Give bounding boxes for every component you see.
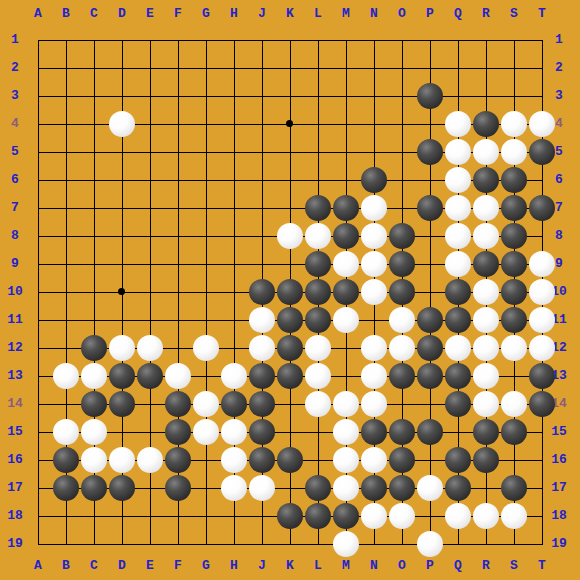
col-label-top-R[interactable]: R — [472, 7, 500, 21]
cell-B15[interactable] — [52, 418, 80, 446]
cell-T18[interactable] — [528, 502, 556, 530]
cell-P13[interactable] — [416, 362, 444, 390]
cell-F12[interactable] — [164, 334, 192, 362]
cell-R15[interactable] — [472, 418, 500, 446]
cell-H7[interactable] — [220, 194, 248, 222]
cell-Q7[interactable] — [444, 194, 472, 222]
cell-K14[interactable] — [276, 390, 304, 418]
cell-M16[interactable] — [332, 446, 360, 474]
col-label-top-A[interactable]: A — [24, 7, 52, 21]
cell-B13[interactable] — [52, 362, 80, 390]
col-label-top-D[interactable]: D — [108, 7, 136, 21]
cell-L14[interactable] — [304, 390, 332, 418]
cell-A17[interactable] — [24, 474, 52, 502]
cell-B6[interactable] — [52, 166, 80, 194]
cell-Q13[interactable] — [444, 362, 472, 390]
cell-K18[interactable] — [276, 502, 304, 530]
cell-J6[interactable] — [248, 166, 276, 194]
cell-H6[interactable] — [220, 166, 248, 194]
cell-J1[interactable] — [248, 26, 276, 54]
cell-Q1[interactable] — [444, 26, 472, 54]
cell-T16[interactable] — [528, 446, 556, 474]
cell-Q6[interactable] — [444, 166, 472, 194]
cell-Q16[interactable] — [444, 446, 472, 474]
cell-S1[interactable] — [500, 26, 528, 54]
col-label-top-M[interactable]: M — [332, 7, 360, 21]
cell-D14[interactable] — [108, 390, 136, 418]
cell-R14[interactable] — [472, 390, 500, 418]
cell-L16[interactable] — [304, 446, 332, 474]
cell-C3[interactable] — [80, 82, 108, 110]
cell-T17[interactable] — [528, 474, 556, 502]
cell-D18[interactable] — [108, 502, 136, 530]
cell-B10[interactable] — [52, 278, 80, 306]
cell-A5[interactable] — [24, 138, 52, 166]
col-label-top-P[interactable]: P — [416, 7, 444, 21]
cell-K5[interactable] — [276, 138, 304, 166]
cell-J9[interactable] — [248, 250, 276, 278]
cell-K15[interactable] — [276, 418, 304, 446]
cell-O11[interactable] — [388, 306, 416, 334]
cell-P5[interactable] — [416, 138, 444, 166]
cell-J14[interactable] — [248, 390, 276, 418]
col-label-bottom-G[interactable]: G — [192, 559, 220, 573]
cell-A2[interactable] — [24, 54, 52, 82]
cell-B9[interactable] — [52, 250, 80, 278]
cell-A9[interactable] — [24, 250, 52, 278]
cell-O16[interactable] — [388, 446, 416, 474]
cell-P10[interactable] — [416, 278, 444, 306]
cell-E9[interactable] — [136, 250, 164, 278]
cell-S6[interactable] — [500, 166, 528, 194]
cell-D10[interactable] — [108, 278, 136, 306]
cell-R9[interactable] — [472, 250, 500, 278]
cell-C16[interactable] — [80, 446, 108, 474]
cell-N9[interactable] — [360, 250, 388, 278]
cell-R18[interactable] — [472, 502, 500, 530]
cell-M7[interactable] — [332, 194, 360, 222]
col-label-top-S[interactable]: S — [500, 7, 528, 21]
col-label-top-N[interactable]: N — [360, 7, 388, 21]
cell-M13[interactable] — [332, 362, 360, 390]
cell-E4[interactable] — [136, 110, 164, 138]
cell-A11[interactable] — [24, 306, 52, 334]
cell-L3[interactable] — [304, 82, 332, 110]
cell-Q11[interactable] — [444, 306, 472, 334]
cell-D8[interactable] — [108, 222, 136, 250]
cell-D7[interactable] — [108, 194, 136, 222]
cell-C8[interactable] — [80, 222, 108, 250]
cell-B11[interactable] — [52, 306, 80, 334]
cell-G10[interactable] — [192, 278, 220, 306]
cell-N18[interactable] — [360, 502, 388, 530]
cell-M2[interactable] — [332, 54, 360, 82]
cell-L11[interactable] — [304, 306, 332, 334]
cell-R10[interactable] — [472, 278, 500, 306]
cell-O19[interactable] — [388, 530, 416, 558]
cell-E8[interactable] — [136, 222, 164, 250]
cell-D12[interactable] — [108, 334, 136, 362]
cell-T1[interactable] — [528, 26, 556, 54]
cell-L4[interactable] — [304, 110, 332, 138]
cell-A18[interactable] — [24, 502, 52, 530]
cell-A4[interactable] — [24, 110, 52, 138]
cell-A16[interactable] — [24, 446, 52, 474]
cell-M8[interactable] — [332, 222, 360, 250]
cell-R4[interactable] — [472, 110, 500, 138]
cell-G4[interactable] — [192, 110, 220, 138]
col-label-bottom-L[interactable]: L — [304, 559, 332, 573]
cell-C18[interactable] — [80, 502, 108, 530]
cell-A1[interactable] — [24, 26, 52, 54]
cell-H5[interactable] — [220, 138, 248, 166]
cell-M5[interactable] — [332, 138, 360, 166]
cell-T11[interactable] — [528, 306, 556, 334]
cell-O13[interactable] — [388, 362, 416, 390]
cell-A14[interactable] — [24, 390, 52, 418]
cell-H16[interactable] — [220, 446, 248, 474]
cell-P15[interactable] — [416, 418, 444, 446]
cell-J8[interactable] — [248, 222, 276, 250]
cell-N7[interactable] — [360, 194, 388, 222]
cell-N14[interactable] — [360, 390, 388, 418]
cell-P7[interactable] — [416, 194, 444, 222]
cell-A12[interactable] — [24, 334, 52, 362]
cell-P12[interactable] — [416, 334, 444, 362]
cell-Q14[interactable] — [444, 390, 472, 418]
col-label-bottom-O[interactable]: O — [388, 559, 416, 573]
cell-S8[interactable] — [500, 222, 528, 250]
cell-N16[interactable] — [360, 446, 388, 474]
cell-D5[interactable] — [108, 138, 136, 166]
cell-K11[interactable] — [276, 306, 304, 334]
cell-O9[interactable] — [388, 250, 416, 278]
cell-B3[interactable] — [52, 82, 80, 110]
cell-S19[interactable] — [500, 530, 528, 558]
cell-G17[interactable] — [192, 474, 220, 502]
cell-H13[interactable] — [220, 362, 248, 390]
cell-A3[interactable] — [24, 82, 52, 110]
cell-E11[interactable] — [136, 306, 164, 334]
cell-E5[interactable] — [136, 138, 164, 166]
col-label-top-H[interactable]: H — [220, 7, 248, 21]
cell-C11[interactable] — [80, 306, 108, 334]
col-label-top-Q[interactable]: Q — [444, 7, 472, 21]
cell-B1[interactable] — [52, 26, 80, 54]
cell-H11[interactable] — [220, 306, 248, 334]
cell-O2[interactable] — [388, 54, 416, 82]
cell-S2[interactable] — [500, 54, 528, 82]
cell-P19[interactable] — [416, 530, 444, 558]
cell-F8[interactable] — [164, 222, 192, 250]
cell-S13[interactable] — [500, 362, 528, 390]
cell-R1[interactable] — [472, 26, 500, 54]
cell-H14[interactable] — [220, 390, 248, 418]
cell-E7[interactable] — [136, 194, 164, 222]
cell-F3[interactable] — [164, 82, 192, 110]
cell-M12[interactable] — [332, 334, 360, 362]
cell-T4[interactable] — [528, 110, 556, 138]
cell-C17[interactable] — [80, 474, 108, 502]
cell-C15[interactable] — [80, 418, 108, 446]
cell-A8[interactable] — [24, 222, 52, 250]
cell-R3[interactable] — [472, 82, 500, 110]
cell-C9[interactable] — [80, 250, 108, 278]
cell-J2[interactable] — [248, 54, 276, 82]
cell-B18[interactable] — [52, 502, 80, 530]
col-label-bottom-A[interactable]: A — [24, 559, 52, 573]
cell-R7[interactable] — [472, 194, 500, 222]
cell-O8[interactable] — [388, 222, 416, 250]
cell-R17[interactable] — [472, 474, 500, 502]
cell-Q9[interactable] — [444, 250, 472, 278]
cell-R19[interactable] — [472, 530, 500, 558]
cell-L1[interactable] — [304, 26, 332, 54]
cell-F14[interactable] — [164, 390, 192, 418]
col-label-bottom-D[interactable]: D — [108, 559, 136, 573]
cell-K2[interactable] — [276, 54, 304, 82]
cell-S7[interactable] — [500, 194, 528, 222]
cell-O17[interactable] — [388, 474, 416, 502]
cell-Q3[interactable] — [444, 82, 472, 110]
cell-P2[interactable] — [416, 54, 444, 82]
cell-S3[interactable] — [500, 82, 528, 110]
cell-P16[interactable] — [416, 446, 444, 474]
cell-K1[interactable] — [276, 26, 304, 54]
cell-P11[interactable] — [416, 306, 444, 334]
cell-J11[interactable] — [248, 306, 276, 334]
cell-E12[interactable] — [136, 334, 164, 362]
col-label-bottom-H[interactable]: H — [220, 559, 248, 573]
cell-N3[interactable] — [360, 82, 388, 110]
cell-N17[interactable] — [360, 474, 388, 502]
col-label-top-O[interactable]: O — [388, 7, 416, 21]
cell-H19[interactable] — [220, 530, 248, 558]
cell-L17[interactable] — [304, 474, 332, 502]
cell-B17[interactable] — [52, 474, 80, 502]
col-label-top-J[interactable]: J — [248, 7, 276, 21]
cell-D15[interactable] — [108, 418, 136, 446]
cell-F16[interactable] — [164, 446, 192, 474]
cell-O3[interactable] — [388, 82, 416, 110]
cell-E6[interactable] — [136, 166, 164, 194]
cell-S17[interactable] — [500, 474, 528, 502]
col-label-bottom-E[interactable]: E — [136, 559, 164, 573]
cell-D6[interactable] — [108, 166, 136, 194]
cell-B16[interactable] — [52, 446, 80, 474]
cell-H9[interactable] — [220, 250, 248, 278]
cell-S9[interactable] — [500, 250, 528, 278]
cell-L5[interactable] — [304, 138, 332, 166]
cell-P1[interactable] — [416, 26, 444, 54]
col-label-top-L[interactable]: L — [304, 7, 332, 21]
cell-C5[interactable] — [80, 138, 108, 166]
cell-J16[interactable] — [248, 446, 276, 474]
col-label-top-E[interactable]: E — [136, 7, 164, 21]
cell-B8[interactable] — [52, 222, 80, 250]
cell-G2[interactable] — [192, 54, 220, 82]
cell-B2[interactable] — [52, 54, 80, 82]
cell-Q5[interactable] — [444, 138, 472, 166]
cell-S12[interactable] — [500, 334, 528, 362]
cell-K16[interactable] — [276, 446, 304, 474]
cell-C7[interactable] — [80, 194, 108, 222]
cell-O5[interactable] — [388, 138, 416, 166]
cell-L7[interactable] — [304, 194, 332, 222]
cell-N13[interactable] — [360, 362, 388, 390]
cell-T10[interactable] — [528, 278, 556, 306]
cell-J13[interactable] — [248, 362, 276, 390]
cell-Q12[interactable] — [444, 334, 472, 362]
cell-E13[interactable] — [136, 362, 164, 390]
cell-F5[interactable] — [164, 138, 192, 166]
cell-H3[interactable] — [220, 82, 248, 110]
cell-P4[interactable] — [416, 110, 444, 138]
cell-O15[interactable] — [388, 418, 416, 446]
cell-J4[interactable] — [248, 110, 276, 138]
cell-J12[interactable] — [248, 334, 276, 362]
cell-J17[interactable] — [248, 474, 276, 502]
cell-T7[interactable] — [528, 194, 556, 222]
col-label-bottom-J[interactable]: J — [248, 559, 276, 573]
cell-G13[interactable] — [192, 362, 220, 390]
cell-F6[interactable] — [164, 166, 192, 194]
col-label-bottom-M[interactable]: M — [332, 559, 360, 573]
cell-C19[interactable] — [80, 530, 108, 558]
cell-J19[interactable] — [248, 530, 276, 558]
cell-D4[interactable] — [108, 110, 136, 138]
cell-J15[interactable] — [248, 418, 276, 446]
cell-A7[interactable] — [24, 194, 52, 222]
cell-S11[interactable] — [500, 306, 528, 334]
cell-D2[interactable] — [108, 54, 136, 82]
cell-F17[interactable] — [164, 474, 192, 502]
cell-M10[interactable] — [332, 278, 360, 306]
cell-A19[interactable] — [24, 530, 52, 558]
cell-B19[interactable] — [52, 530, 80, 558]
cell-O12[interactable] — [388, 334, 416, 362]
cell-L19[interactable] — [304, 530, 332, 558]
cell-G7[interactable] — [192, 194, 220, 222]
cell-H8[interactable] — [220, 222, 248, 250]
cell-S16[interactable] — [500, 446, 528, 474]
cell-O6[interactable] — [388, 166, 416, 194]
cell-H4[interactable] — [220, 110, 248, 138]
cell-O7[interactable] — [388, 194, 416, 222]
cell-F2[interactable] — [164, 54, 192, 82]
cell-C13[interactable] — [80, 362, 108, 390]
cell-L10[interactable] — [304, 278, 332, 306]
cell-E19[interactable] — [136, 530, 164, 558]
cell-M15[interactable] — [332, 418, 360, 446]
cell-G15[interactable] — [192, 418, 220, 446]
cell-F4[interactable] — [164, 110, 192, 138]
cell-T13[interactable] — [528, 362, 556, 390]
cell-M1[interactable] — [332, 26, 360, 54]
col-label-top-K[interactable]: K — [276, 7, 304, 21]
cell-C14[interactable] — [80, 390, 108, 418]
cell-L6[interactable] — [304, 166, 332, 194]
cell-M4[interactable] — [332, 110, 360, 138]
cell-L9[interactable] — [304, 250, 332, 278]
col-label-bottom-S[interactable]: S — [500, 559, 528, 573]
cell-D3[interactable] — [108, 82, 136, 110]
cell-H10[interactable] — [220, 278, 248, 306]
cell-T3[interactable] — [528, 82, 556, 110]
col-label-bottom-T[interactable]: T — [528, 559, 556, 573]
cell-D17[interactable] — [108, 474, 136, 502]
cell-N12[interactable] — [360, 334, 388, 362]
cell-N19[interactable] — [360, 530, 388, 558]
cell-O1[interactable] — [388, 26, 416, 54]
cell-B4[interactable] — [52, 110, 80, 138]
cell-E10[interactable] — [136, 278, 164, 306]
cell-L18[interactable] — [304, 502, 332, 530]
cell-L8[interactable] — [304, 222, 332, 250]
cell-S4[interactable] — [500, 110, 528, 138]
cell-D1[interactable] — [108, 26, 136, 54]
cell-L15[interactable] — [304, 418, 332, 446]
cell-A10[interactable] — [24, 278, 52, 306]
cell-F13[interactable] — [164, 362, 192, 390]
cell-B14[interactable] — [52, 390, 80, 418]
cell-T5[interactable] — [528, 138, 556, 166]
cell-T12[interactable] — [528, 334, 556, 362]
cell-D16[interactable] — [108, 446, 136, 474]
col-label-bottom-B[interactable]: B — [52, 559, 80, 573]
cell-G9[interactable] — [192, 250, 220, 278]
cell-Q19[interactable] — [444, 530, 472, 558]
cell-N8[interactable] — [360, 222, 388, 250]
cell-P14[interactable] — [416, 390, 444, 418]
cell-T8[interactable] — [528, 222, 556, 250]
cell-G1[interactable] — [192, 26, 220, 54]
cell-C2[interactable] — [80, 54, 108, 82]
cell-T19[interactable] — [528, 530, 556, 558]
cell-J3[interactable] — [248, 82, 276, 110]
cell-K6[interactable] — [276, 166, 304, 194]
cell-H1[interactable] — [220, 26, 248, 54]
cell-H12[interactable] — [220, 334, 248, 362]
cell-R16[interactable] — [472, 446, 500, 474]
cell-K8[interactable] — [276, 222, 304, 250]
cell-R12[interactable] — [472, 334, 500, 362]
cell-M17[interactable] — [332, 474, 360, 502]
cell-T14[interactable] — [528, 390, 556, 418]
cell-E3[interactable] — [136, 82, 164, 110]
cell-K13[interactable] — [276, 362, 304, 390]
col-label-bottom-K[interactable]: K — [276, 559, 304, 573]
cell-K19[interactable] — [276, 530, 304, 558]
cell-P8[interactable] — [416, 222, 444, 250]
cell-L2[interactable] — [304, 54, 332, 82]
cell-P3[interactable] — [416, 82, 444, 110]
cell-P17[interactable] — [416, 474, 444, 502]
cell-L13[interactable] — [304, 362, 332, 390]
cell-B12[interactable] — [52, 334, 80, 362]
cell-D13[interactable] — [108, 362, 136, 390]
cell-M19[interactable] — [332, 530, 360, 558]
cell-K7[interactable] — [276, 194, 304, 222]
col-label-bottom-P[interactable]: P — [416, 559, 444, 573]
cell-Q8[interactable] — [444, 222, 472, 250]
cell-R11[interactable] — [472, 306, 500, 334]
cell-C1[interactable] — [80, 26, 108, 54]
cell-N15[interactable] — [360, 418, 388, 446]
cell-F15[interactable] — [164, 418, 192, 446]
col-label-top-F[interactable]: F — [164, 7, 192, 21]
cell-K17[interactable] — [276, 474, 304, 502]
